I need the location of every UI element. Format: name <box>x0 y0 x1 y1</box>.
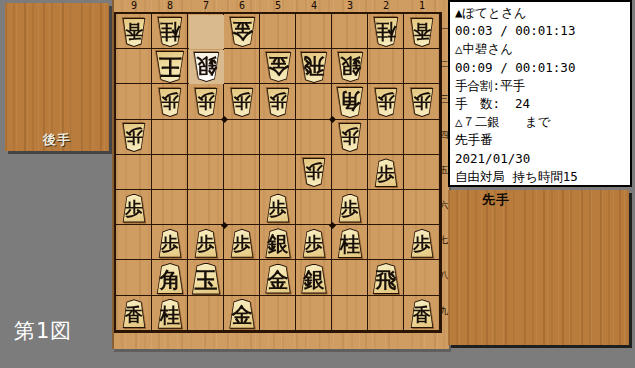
gote-tray-label: 後手 <box>43 131 71 149</box>
piece-gote-銀[interactable]: 銀 <box>193 52 220 82</box>
piece-sente-桂[interactable]: 桂 <box>337 228 363 258</box>
piece-gote-歩[interactable]: 歩 <box>302 158 326 187</box>
file-label: 3 <box>332 0 368 12</box>
move-count: 手 数: 24 <box>450 96 630 114</box>
sente-captured-tray[interactable]: 先手 <box>448 190 629 345</box>
piece-gote-桂[interactable]: 桂 <box>157 17 183 47</box>
file-label: 4 <box>296 0 332 12</box>
game-mode: 自由対局 持ち時間15 <box>450 169 630 187</box>
piece-gote-歩[interactable]: 歩 <box>266 88 290 117</box>
game-date: 2021/01/30 <box>450 151 630 169</box>
piece-sente-歩[interactable]: 歩 <box>374 158 398 187</box>
sente-player-name: ▲ぽてとさん <box>450 5 630 23</box>
file-label: 2 <box>368 0 404 12</box>
piece-sente-金[interactable]: 金 <box>229 299 256 329</box>
last-move-from-square[interactable] <box>189 15 224 49</box>
handicap-label: 手合割:平手 <box>450 78 630 96</box>
piece-gote-角[interactable]: 角 <box>336 87 364 118</box>
piece-gote-歩[interactable]: 歩 <box>338 123 362 152</box>
piece-gote-歩[interactable]: 歩 <box>410 88 434 117</box>
shogi-board-panel: 987654321 一二三四五六七八九 香桂金桂香王銀金飛銀歩歩歩歩角歩歩歩歩歩… <box>112 0 449 349</box>
piece-sente-金[interactable]: 金 <box>265 264 292 294</box>
piece-sente-香[interactable]: 香 <box>122 299 146 328</box>
piece-sente-歩[interactable]: 歩 <box>230 229 254 258</box>
piece-gote-歩[interactable]: 歩 <box>374 88 398 117</box>
file-label: 5 <box>260 0 296 12</box>
piece-gote-歩[interactable]: 歩 <box>158 88 182 117</box>
sente-tray-label: 先手 <box>482 191 510 209</box>
piece-sente-飛[interactable]: 飛 <box>372 263 400 294</box>
piece-gote-銀[interactable]: 銀 <box>337 52 364 82</box>
piece-gote-歩[interactable]: 歩 <box>230 88 254 117</box>
piece-gote-桂[interactable]: 桂 <box>373 17 399 47</box>
diagram-caption: 第1図 <box>14 317 72 345</box>
file-label: 1 <box>404 0 440 12</box>
file-label: 6 <box>224 0 260 12</box>
piece-sente-歩[interactable]: 歩 <box>158 229 182 258</box>
piece-sente-歩[interactable]: 歩 <box>194 229 218 258</box>
file-label: 9 <box>116 0 152 12</box>
gote-captured-tray[interactable]: 後手 <box>5 3 109 151</box>
piece-sente-桂[interactable]: 桂 <box>157 299 183 329</box>
piece-gote-金[interactable]: 金 <box>229 17 256 47</box>
piece-gote-香[interactable]: 香 <box>410 18 434 47</box>
piece-sente-歩[interactable]: 歩 <box>338 194 362 223</box>
piece-gote-歩[interactable]: 歩 <box>194 88 218 117</box>
piece-sente-銀[interactable]: 銀 <box>301 264 328 294</box>
shogi-app-window: 後手 987654321 一二三四五六七八九 香桂金桂香王銀金飛銀歩歩歩歩角歩歩… <box>0 0 635 368</box>
piece-gote-香[interactable]: 香 <box>122 18 146 47</box>
star-point <box>328 222 335 229</box>
board-grid[interactable]: 香桂金桂香王銀金飛銀歩歩歩歩角歩歩歩歩歩歩歩歩歩歩歩歩銀歩桂歩角玉金銀飛香桂金香 <box>114 12 442 333</box>
piece-sente-歩[interactable]: 歩 <box>122 194 146 223</box>
sente-clock: 00:03 / 00:01:13 <box>450 23 630 41</box>
piece-sente-銀[interactable]: 銀 <box>265 228 292 258</box>
piece-sente-香[interactable]: 香 <box>410 299 434 328</box>
gote-player-name: △中碧さん <box>450 41 630 59</box>
piece-gote-金[interactable]: 金 <box>265 52 292 82</box>
piece-sente-角[interactable]: 角 <box>156 263 184 294</box>
piece-sente-歩[interactable]: 歩 <box>266 194 290 223</box>
file-label: 7 <box>188 0 224 12</box>
turn-indicator: 先手番 <box>450 132 630 150</box>
piece-sente-歩[interactable]: 歩 <box>410 229 434 258</box>
game-info-panel: ▲ぽてとさん 00:03 / 00:01:13 △中碧さん 00:09 / 00… <box>448 0 632 187</box>
star-point <box>220 222 227 229</box>
last-move-label: △７二銀 まで <box>450 114 630 132</box>
piece-gote-王[interactable]: 王 <box>155 51 185 83</box>
gote-clock: 00:09 / 00:01:30 <box>450 60 630 78</box>
star-point <box>328 116 335 123</box>
piece-sente-歩[interactable]: 歩 <box>302 229 326 258</box>
piece-sente-玉[interactable]: 玉 <box>191 263 221 295</box>
file-label: 8 <box>152 0 188 12</box>
piece-gote-歩[interactable]: 歩 <box>122 123 146 152</box>
piece-gote-飛[interactable]: 飛 <box>300 52 328 83</box>
star-point <box>220 116 227 123</box>
